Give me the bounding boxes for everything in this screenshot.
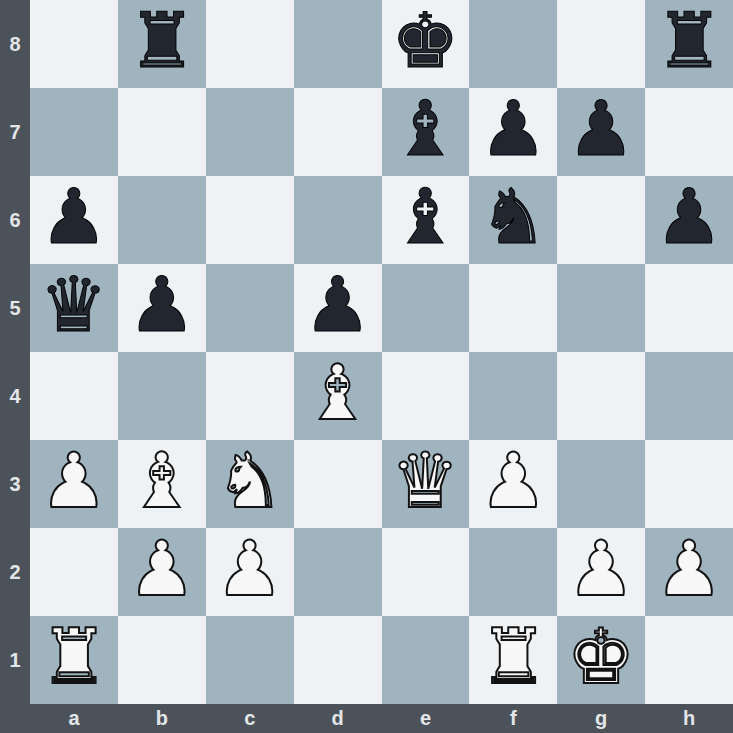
piece-white-pawn-h2[interactable]: ♟ bbox=[655, 528, 723, 613]
rank-label-8: 8 bbox=[0, 0, 30, 88]
square-d4[interactable]: ♝ bbox=[294, 352, 382, 440]
square-e6[interactable]: ♝ bbox=[382, 176, 470, 264]
piece-white-rook-a1[interactable]: ♜ bbox=[40, 616, 108, 701]
square-h8[interactable]: ♜ bbox=[645, 0, 733, 88]
square-e7[interactable]: ♝ bbox=[382, 88, 470, 176]
piece-white-pawn-g2[interactable]: ♟ bbox=[567, 528, 635, 613]
piece-white-bishop-b3[interactable]: ♝ bbox=[128, 440, 196, 525]
square-b1[interactable] bbox=[118, 616, 206, 704]
rank-label-2: 2 bbox=[0, 528, 30, 616]
piece-black-pawn-d5[interactable]: ♟ bbox=[303, 264, 371, 349]
file-label-h: h bbox=[645, 704, 733, 733]
piece-black-rook-h8[interactable]: ♜ bbox=[655, 0, 723, 85]
square-e5[interactable] bbox=[382, 264, 470, 352]
square-a5[interactable]: ♛ bbox=[30, 264, 118, 352]
square-c4[interactable] bbox=[206, 352, 294, 440]
square-c2[interactable]: ♟ bbox=[206, 528, 294, 616]
square-b2[interactable]: ♟ bbox=[118, 528, 206, 616]
square-a6[interactable]: ♟ bbox=[30, 176, 118, 264]
square-g7[interactable]: ♟ bbox=[557, 88, 645, 176]
piece-black-bishop-e6[interactable]: ♝ bbox=[391, 176, 459, 261]
square-f2[interactable] bbox=[469, 528, 557, 616]
piece-white-king-g1[interactable]: ♚ bbox=[567, 616, 635, 701]
file-label-f: f bbox=[469, 704, 557, 733]
piece-white-pawn-c2[interactable]: ♟ bbox=[216, 528, 284, 613]
piece-black-bishop-e7[interactable]: ♝ bbox=[391, 88, 459, 173]
piece-white-pawn-b2[interactable]: ♟ bbox=[128, 528, 196, 613]
square-b4[interactable] bbox=[118, 352, 206, 440]
square-h5[interactable] bbox=[645, 264, 733, 352]
square-c3[interactable]: ♞ bbox=[206, 440, 294, 528]
square-g6[interactable] bbox=[557, 176, 645, 264]
square-a4[interactable] bbox=[30, 352, 118, 440]
rank-label-3: 3 bbox=[0, 440, 30, 528]
square-a8[interactable] bbox=[30, 0, 118, 88]
square-b5[interactable]: ♟ bbox=[118, 264, 206, 352]
piece-black-pawn-f7[interactable]: ♟ bbox=[479, 88, 547, 173]
square-a3[interactable]: ♟ bbox=[30, 440, 118, 528]
square-g5[interactable] bbox=[557, 264, 645, 352]
square-c8[interactable] bbox=[206, 0, 294, 88]
square-d2[interactable] bbox=[294, 528, 382, 616]
file-label-d: d bbox=[294, 704, 382, 733]
square-e1[interactable] bbox=[382, 616, 470, 704]
square-d1[interactable] bbox=[294, 616, 382, 704]
square-d6[interactable] bbox=[294, 176, 382, 264]
rank-label-6: 6 bbox=[0, 176, 30, 264]
square-g3[interactable] bbox=[557, 440, 645, 528]
square-h3[interactable] bbox=[645, 440, 733, 528]
board-corner bbox=[0, 704, 30, 733]
square-e8[interactable]: ♚ bbox=[382, 0, 470, 88]
piece-black-queen-a5[interactable]: ♛ bbox=[40, 264, 108, 349]
square-a2[interactable] bbox=[30, 528, 118, 616]
square-b7[interactable] bbox=[118, 88, 206, 176]
piece-white-knight-c3[interactable]: ♞ bbox=[216, 440, 284, 525]
piece-black-pawn-h6[interactable]: ♟ bbox=[655, 176, 723, 261]
file-label-c: c bbox=[206, 704, 294, 733]
square-f4[interactable] bbox=[469, 352, 557, 440]
piece-white-rook-f1[interactable]: ♜ bbox=[479, 616, 547, 701]
piece-black-rook-b8[interactable]: ♜ bbox=[128, 0, 196, 85]
square-c5[interactable] bbox=[206, 264, 294, 352]
square-f8[interactable] bbox=[469, 0, 557, 88]
square-e2[interactable] bbox=[382, 528, 470, 616]
square-a7[interactable] bbox=[30, 88, 118, 176]
square-h7[interactable] bbox=[645, 88, 733, 176]
square-e4[interactable] bbox=[382, 352, 470, 440]
square-f6[interactable]: ♞ bbox=[469, 176, 557, 264]
piece-white-pawn-a3[interactable]: ♟ bbox=[40, 440, 108, 525]
file-label-b: b bbox=[118, 704, 206, 733]
rank-label-1: 1 bbox=[0, 616, 30, 704]
square-f3[interactable]: ♟ bbox=[469, 440, 557, 528]
square-d7[interactable] bbox=[294, 88, 382, 176]
square-h6[interactable]: ♟ bbox=[645, 176, 733, 264]
square-b8[interactable]: ♜ bbox=[118, 0, 206, 88]
piece-black-knight-f6[interactable]: ♞ bbox=[479, 176, 547, 261]
square-c1[interactable] bbox=[206, 616, 294, 704]
square-f7[interactable]: ♟ bbox=[469, 88, 557, 176]
piece-black-pawn-a6[interactable]: ♟ bbox=[40, 176, 108, 261]
square-c7[interactable] bbox=[206, 88, 294, 176]
file-label-a: a bbox=[30, 704, 118, 733]
piece-white-bishop-d4[interactable]: ♝ bbox=[303, 352, 371, 437]
rank-label-7: 7 bbox=[0, 88, 30, 176]
square-h2[interactable]: ♟ bbox=[645, 528, 733, 616]
square-b3[interactable]: ♝ bbox=[118, 440, 206, 528]
chess-board: 8♜♚♜7♝♟♟6♟♝♞♟5♛♟♟4♝3♟♝♞♛♟2♟♟♟♟1♜♜♚abcdef… bbox=[0, 0, 733, 733]
square-g8[interactable] bbox=[557, 0, 645, 88]
square-e3[interactable]: ♛ bbox=[382, 440, 470, 528]
file-label-e: e bbox=[382, 704, 470, 733]
square-a1[interactable]: ♜ bbox=[30, 616, 118, 704]
square-d5[interactable]: ♟ bbox=[294, 264, 382, 352]
square-g2[interactable]: ♟ bbox=[557, 528, 645, 616]
rank-label-4: 4 bbox=[0, 352, 30, 440]
square-f5[interactable] bbox=[469, 264, 557, 352]
rank-label-5: 5 bbox=[0, 264, 30, 352]
square-c6[interactable] bbox=[206, 176, 294, 264]
square-d3[interactable] bbox=[294, 440, 382, 528]
square-d8[interactable] bbox=[294, 0, 382, 88]
square-b6[interactable] bbox=[118, 176, 206, 264]
piece-black-king-e8[interactable]: ♚ bbox=[391, 0, 459, 85]
square-h1[interactable] bbox=[645, 616, 733, 704]
piece-black-pawn-g7[interactable]: ♟ bbox=[567, 88, 635, 173]
square-f1[interactable]: ♜ bbox=[469, 616, 557, 704]
piece-white-queen-e3[interactable]: ♛ bbox=[391, 440, 459, 525]
piece-white-pawn-f3[interactable]: ♟ bbox=[479, 440, 547, 525]
file-label-g: g bbox=[557, 704, 645, 733]
square-h4[interactable] bbox=[645, 352, 733, 440]
square-g4[interactable] bbox=[557, 352, 645, 440]
square-g1[interactable]: ♚ bbox=[557, 616, 645, 704]
piece-black-pawn-b5[interactable]: ♟ bbox=[128, 264, 196, 349]
